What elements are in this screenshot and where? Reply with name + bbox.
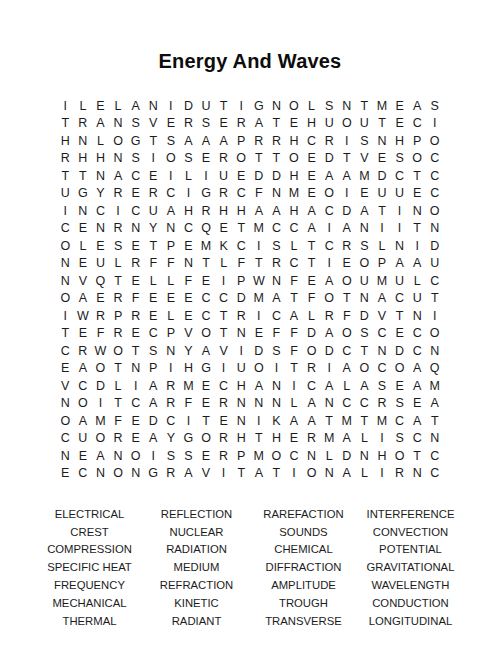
grid-cell-r16c6[interactable]: P	[144, 360, 162, 378]
grid-cell-r19c4[interactable]: F	[109, 412, 127, 430]
grid-cell-r4c15[interactable]: E	[303, 150, 321, 168]
grid-cell-r10c3[interactable]: U	[92, 255, 110, 273]
grid-cell-r13c17[interactable]: F	[338, 307, 356, 325]
grid-cell-r17c14[interactable]: I	[285, 377, 303, 395]
grid-cell-r4c11[interactable]: O	[232, 150, 250, 168]
grid-cell-r21c19[interactable]: H	[373, 447, 391, 465]
grid-cell-r21c5[interactable]: O	[127, 447, 145, 465]
grid-cell-r20c18[interactable]: L	[356, 430, 374, 448]
grid-cell-r3c4[interactable]: O	[109, 132, 127, 150]
grid-cell-r4c10[interactable]: R	[215, 150, 233, 168]
grid-cell-r1c11[interactable]: I	[232, 97, 250, 115]
grid-cell-r20c16[interactable]: M	[320, 430, 338, 448]
grid-cell-r1c19[interactable]: M	[373, 97, 391, 115]
grid-cell-r20c3[interactable]: O	[92, 430, 110, 448]
grid-cell-r6c13[interactable]: N	[268, 185, 286, 203]
grid-cell-r20c20[interactable]: S	[391, 430, 409, 448]
grid-cell-r18c1[interactable]: N	[56, 395, 74, 413]
grid-cell-r10c9[interactable]: T	[197, 255, 215, 273]
grid-cell-r1c6[interactable]: N	[144, 97, 162, 115]
grid-cell-r4c5[interactable]: S	[127, 150, 145, 168]
grid-cell-r5c6[interactable]: E	[144, 167, 162, 185]
grid-cell-r3c5[interactable]: G	[127, 132, 145, 150]
grid-cell-r12c10[interactable]: C	[215, 290, 233, 308]
grid-cell-r13c11[interactable]: R	[232, 307, 250, 325]
grid-cell-r7c1[interactable]: I	[56, 202, 74, 220]
grid-cell-r6c14[interactable]: M	[285, 185, 303, 203]
grid-cell-r8c5[interactable]: N	[127, 220, 145, 238]
grid-cell-r3c13[interactable]: R	[268, 132, 286, 150]
grid-cell-r1c2[interactable]: L	[74, 97, 92, 115]
grid-cell-r21c10[interactable]: R	[215, 447, 233, 465]
grid-cell-r1c16[interactable]: S	[320, 97, 338, 115]
grid-cell-r6c5[interactable]: E	[127, 185, 145, 203]
grid-cell-r7c20[interactable]: I	[391, 202, 409, 220]
grid-cell-r15c14[interactable]: F	[285, 342, 303, 360]
grid-cell-r21c14[interactable]: C	[285, 447, 303, 465]
grid-cell-r16c22[interactable]: Q	[426, 360, 444, 378]
grid-cell-r13c2[interactable]: W	[74, 307, 92, 325]
grid-cell-r13c20[interactable]: T	[391, 307, 409, 325]
grid-cell-r6c8[interactable]: I	[180, 185, 198, 203]
grid-cell-r12c6[interactable]: E	[144, 290, 162, 308]
grid-cell-r20c15[interactable]: R	[303, 430, 321, 448]
grid-cell-r18c8[interactable]: F	[180, 395, 198, 413]
grid-cell-r13c12[interactable]: I	[250, 307, 268, 325]
grid-cell-r1c13[interactable]: N	[268, 97, 286, 115]
grid-cell-r21c15[interactable]: N	[303, 447, 321, 465]
grid-cell-r2c8[interactable]: R	[180, 115, 198, 133]
grid-cell-r9c17[interactable]: R	[338, 237, 356, 255]
grid-cell-r10c5[interactable]: R	[127, 255, 145, 273]
grid-cell-r2c14[interactable]: E	[285, 115, 303, 133]
grid-cell-r13c10[interactable]: T	[215, 307, 233, 325]
grid-cell-r2c7[interactable]: E	[162, 115, 180, 133]
grid-cell-r3c21[interactable]: P	[408, 132, 426, 150]
grid-cell-r3c3[interactable]: L	[92, 132, 110, 150]
grid-cell-r4c9[interactable]: E	[197, 150, 215, 168]
grid-cell-r13c8[interactable]: E	[180, 307, 198, 325]
grid-cell-r15c16[interactable]: D	[320, 342, 338, 360]
grid-cell-r7c22[interactable]: O	[426, 202, 444, 220]
grid-cell-r4c20[interactable]: S	[391, 150, 409, 168]
grid-cell-r21c22[interactable]: C	[426, 447, 444, 465]
grid-cell-r5c17[interactable]: A	[338, 167, 356, 185]
grid-cell-r17c13[interactable]: N	[268, 377, 286, 395]
grid-cell-r17c22[interactable]: M	[426, 377, 444, 395]
grid-cell-r17c2[interactable]: C	[74, 377, 92, 395]
grid-cell-r1c3[interactable]: E	[92, 97, 110, 115]
grid-cell-r14c22[interactable]: O	[426, 325, 444, 343]
grid-cell-r5c3[interactable]: N	[92, 167, 110, 185]
grid-cell-r7c10[interactable]: H	[215, 202, 233, 220]
grid-cell-r16c4[interactable]: T	[109, 360, 127, 378]
grid-cell-r2c9[interactable]: S	[197, 115, 215, 133]
grid-cell-r1c8[interactable]: D	[180, 97, 198, 115]
grid-cell-r19c10[interactable]: E	[215, 412, 233, 430]
grid-cell-r21c8[interactable]: S	[180, 447, 198, 465]
grid-cell-r3c10[interactable]: A	[215, 132, 233, 150]
grid-cell-r12c13[interactable]: A	[268, 290, 286, 308]
grid-cell-r22c6[interactable]: G	[144, 465, 162, 483]
grid-cell-r15c18[interactable]: T	[356, 342, 374, 360]
grid-cell-r7c12[interactable]: A	[250, 202, 268, 220]
grid-cell-r15c4[interactable]: O	[109, 342, 127, 360]
grid-cell-r18c17[interactable]: C	[338, 395, 356, 413]
grid-cell-r8c2[interactable]: E	[74, 220, 92, 238]
grid-cell-r5c15[interactable]: E	[303, 167, 321, 185]
grid-cell-r5c8[interactable]: L	[180, 167, 198, 185]
grid-cell-r9c6[interactable]: T	[144, 237, 162, 255]
grid-cell-r4c19[interactable]: E	[373, 150, 391, 168]
grid-cell-r4c3[interactable]: H	[92, 150, 110, 168]
grid-cell-r10c16[interactable]: I	[320, 255, 338, 273]
grid-cell-r4c2[interactable]: H	[74, 150, 92, 168]
grid-cell-r2c11[interactable]: R	[232, 115, 250, 133]
grid-cell-r20c13[interactable]: H	[268, 430, 286, 448]
grid-cell-r17c16[interactable]: A	[320, 377, 338, 395]
grid-cell-r13c16[interactable]: R	[320, 307, 338, 325]
grid-cell-r7c15[interactable]: A	[303, 202, 321, 220]
grid-cell-r15c21[interactable]: C	[408, 342, 426, 360]
grid-cell-r20c12[interactable]: T	[250, 430, 268, 448]
grid-cell-r12c16[interactable]: O	[320, 290, 338, 308]
grid-cell-r6c11[interactable]: C	[232, 185, 250, 203]
grid-cell-r21c13[interactable]: O	[268, 447, 286, 465]
grid-cell-r9c5[interactable]: E	[127, 237, 145, 255]
grid-cell-r7c17[interactable]: D	[338, 202, 356, 220]
grid-cell-r20c7[interactable]: Y	[162, 430, 180, 448]
grid-cell-r10c13[interactable]: R	[268, 255, 286, 273]
grid-cell-r8c20[interactable]: I	[391, 220, 409, 238]
grid-cell-r17c6[interactable]: A	[144, 377, 162, 395]
grid-cell-r15c17[interactable]: C	[338, 342, 356, 360]
grid-cell-r19c9[interactable]: T	[197, 412, 215, 430]
grid-cell-r10c2[interactable]: E	[74, 255, 92, 273]
grid-cell-r5c10[interactable]: U	[215, 167, 233, 185]
grid-cell-r8c3[interactable]: N	[92, 220, 110, 238]
grid-cell-r9c12[interactable]: I	[250, 237, 268, 255]
grid-cell-r11c13[interactable]: N	[268, 272, 286, 290]
grid-cell-r6c17[interactable]: I	[338, 185, 356, 203]
grid-cell-r2c6[interactable]: V	[144, 115, 162, 133]
grid-cell-r16c20[interactable]: O	[391, 360, 409, 378]
grid-cell-r16c9[interactable]: G	[197, 360, 215, 378]
grid-cell-r9c3[interactable]: E	[92, 237, 110, 255]
grid-cell-r18c11[interactable]: N	[232, 395, 250, 413]
grid-cell-r22c4[interactable]: O	[109, 465, 127, 483]
grid-cell-r4c12[interactable]: T	[250, 150, 268, 168]
grid-cell-r2c16[interactable]: U	[320, 115, 338, 133]
grid-cell-r1c10[interactable]: T	[215, 97, 233, 115]
grid-cell-r3c11[interactable]: P	[232, 132, 250, 150]
grid-cell-r18c7[interactable]: R	[162, 395, 180, 413]
grid-cell-r12c22[interactable]: T	[426, 290, 444, 308]
grid-cell-r4c21[interactable]: O	[408, 150, 426, 168]
grid-cell-r12c12[interactable]: M	[250, 290, 268, 308]
grid-cell-r2c19[interactable]: T	[373, 115, 391, 133]
grid-cell-r11c10[interactable]: I	[215, 272, 233, 290]
grid-cell-r11c15[interactable]: E	[303, 272, 321, 290]
grid-cell-r2c3[interactable]: A	[92, 115, 110, 133]
grid-cell-r11c3[interactable]: Q	[92, 272, 110, 290]
grid-cell-r8c14[interactable]: C	[285, 220, 303, 238]
grid-cell-r11c9[interactable]: E	[197, 272, 215, 290]
grid-cell-r6c21[interactable]: E	[408, 185, 426, 203]
grid-cell-r9c14[interactable]: L	[285, 237, 303, 255]
grid-cell-r14c21[interactable]: C	[408, 325, 426, 343]
grid-cell-r1c20[interactable]: E	[391, 97, 409, 115]
grid-cell-r11c4[interactable]: T	[109, 272, 127, 290]
grid-cell-r19c21[interactable]: A	[408, 412, 426, 430]
grid-cell-r17c20[interactable]: E	[391, 377, 409, 395]
grid-cell-r1c12[interactable]: G	[250, 97, 268, 115]
grid-cell-r2c22[interactable]: I	[426, 115, 444, 133]
grid-cell-r18c13[interactable]: N	[268, 395, 286, 413]
grid-cell-r17c10[interactable]: C	[215, 377, 233, 395]
grid-cell-r12c9[interactable]: C	[197, 290, 215, 308]
grid-cell-r6c1[interactable]: U	[56, 185, 74, 203]
grid-cell-r16c7[interactable]: I	[162, 360, 180, 378]
grid-cell-r20c10[interactable]: R	[215, 430, 233, 448]
grid-cell-r12c17[interactable]: T	[338, 290, 356, 308]
grid-cell-r19c20[interactable]: C	[391, 412, 409, 430]
grid-cell-r10c12[interactable]: T	[250, 255, 268, 273]
grid-cell-r19c16[interactable]: T	[320, 412, 338, 430]
grid-cell-r6c7[interactable]: C	[162, 185, 180, 203]
grid-cell-r19c15[interactable]: A	[303, 412, 321, 430]
grid-cell-r20c21[interactable]: C	[408, 430, 426, 448]
grid-cell-r13c3[interactable]: R	[92, 307, 110, 325]
grid-cell-r13c5[interactable]: R	[127, 307, 145, 325]
grid-cell-r16c10[interactable]: I	[215, 360, 233, 378]
grid-cell-r4c1[interactable]: R	[56, 150, 74, 168]
grid-cell-r19c6[interactable]: D	[144, 412, 162, 430]
grid-cell-r18c10[interactable]: R	[215, 395, 233, 413]
grid-cell-r15c2[interactable]: R	[74, 342, 92, 360]
grid-cell-r9c4[interactable]: S	[109, 237, 127, 255]
grid-cell-r12c3[interactable]: E	[92, 290, 110, 308]
grid-cell-r13c13[interactable]: C	[268, 307, 286, 325]
grid-cell-r11c20[interactable]: U	[391, 272, 409, 290]
grid-cell-r11c18[interactable]: U	[356, 272, 374, 290]
grid-cell-r13c1[interactable]: I	[56, 307, 74, 325]
grid-cell-r18c6[interactable]: A	[144, 395, 162, 413]
grid-cell-r11c22[interactable]: C	[426, 272, 444, 290]
grid-cell-r5c7[interactable]: I	[162, 167, 180, 185]
grid-cell-r16c5[interactable]: N	[127, 360, 145, 378]
grid-cell-r2c2[interactable]: R	[74, 115, 92, 133]
grid-cell-r2c15[interactable]: H	[303, 115, 321, 133]
grid-cell-r19c19[interactable]: M	[373, 412, 391, 430]
grid-cell-r18c21[interactable]: E	[408, 395, 426, 413]
grid-cell-r3c19[interactable]: N	[373, 132, 391, 150]
grid-cell-r8c1[interactable]: C	[56, 220, 74, 238]
grid-cell-r4c4[interactable]: N	[109, 150, 127, 168]
grid-cell-r18c12[interactable]: N	[250, 395, 268, 413]
grid-cell-r8c7[interactable]: N	[162, 220, 180, 238]
grid-cell-r18c18[interactable]: C	[356, 395, 374, 413]
grid-cell-r12c19[interactable]: A	[373, 290, 391, 308]
grid-cell-r6c16[interactable]: O	[320, 185, 338, 203]
grid-cell-r16c19[interactable]: C	[373, 360, 391, 378]
grid-cell-r11c19[interactable]: M	[373, 272, 391, 290]
grid-cell-r6c4[interactable]: R	[109, 185, 127, 203]
grid-cell-r9c7[interactable]: P	[162, 237, 180, 255]
grid-cell-r3c12[interactable]: R	[250, 132, 268, 150]
grid-cell-r21c6[interactable]: I	[144, 447, 162, 465]
grid-cell-r3c9[interactable]: A	[197, 132, 215, 150]
grid-cell-r8c10[interactable]: E	[215, 220, 233, 238]
grid-cell-r3c18[interactable]: S	[356, 132, 374, 150]
grid-cell-r16c13[interactable]: I	[268, 360, 286, 378]
grid-cell-r17c19[interactable]: S	[373, 377, 391, 395]
grid-cell-r22c3[interactable]: N	[92, 465, 110, 483]
grid-cell-r1c22[interactable]: S	[426, 97, 444, 115]
grid-cell-r16c3[interactable]: O	[92, 360, 110, 378]
grid-cell-r7c5[interactable]: C	[127, 202, 145, 220]
grid-cell-r7c4[interactable]: I	[109, 202, 127, 220]
grid-cell-r2c20[interactable]: E	[391, 115, 409, 133]
grid-cell-r5c11[interactable]: E	[232, 167, 250, 185]
grid-cell-r2c1[interactable]: T	[56, 115, 74, 133]
grid-cell-r21c9[interactable]: E	[197, 447, 215, 465]
grid-cell-r8c15[interactable]: A	[303, 220, 321, 238]
grid-cell-r21c7[interactable]: S	[162, 447, 180, 465]
grid-cell-r7c14[interactable]: H	[285, 202, 303, 220]
grid-cell-r22c12[interactable]: A	[250, 465, 268, 483]
grid-cell-r20c14[interactable]: E	[285, 430, 303, 448]
grid-cell-r15c15[interactable]: O	[303, 342, 321, 360]
grid-cell-r12c18[interactable]: N	[356, 290, 374, 308]
grid-cell-r10c8[interactable]: N	[180, 255, 198, 273]
grid-cell-r9c21[interactable]: I	[408, 237, 426, 255]
grid-cell-r19c5[interactable]: E	[127, 412, 145, 430]
grid-cell-r21c2[interactable]: E	[74, 447, 92, 465]
grid-cell-r8c9[interactable]: Q	[197, 220, 215, 238]
grid-cell-r11c12[interactable]: W	[250, 272, 268, 290]
grid-cell-r9c15[interactable]: T	[303, 237, 321, 255]
grid-cell-r3c20[interactable]: H	[391, 132, 409, 150]
grid-cell-r4c16[interactable]: D	[320, 150, 338, 168]
grid-cell-r11c11[interactable]: P	[232, 272, 250, 290]
grid-cell-r4c8[interactable]: S	[180, 150, 198, 168]
grid-cell-r14c16[interactable]: A	[320, 325, 338, 343]
grid-cell-r1c14[interactable]: O	[285, 97, 303, 115]
grid-cell-r19c17[interactable]: M	[338, 412, 356, 430]
grid-cell-r14c3[interactable]: F	[92, 325, 110, 343]
grid-cell-r10c1[interactable]: N	[56, 255, 74, 273]
grid-cell-r4c7[interactable]: O	[162, 150, 180, 168]
grid-cell-r5c22[interactable]: C	[426, 167, 444, 185]
grid-cell-r15c7[interactable]: N	[162, 342, 180, 360]
grid-cell-r15c20[interactable]: D	[391, 342, 409, 360]
grid-cell-r1c1[interactable]: I	[56, 97, 74, 115]
grid-cell-r7c6[interactable]: U	[144, 202, 162, 220]
grid-cell-r5c12[interactable]: D	[250, 167, 268, 185]
grid-cell-r12c2[interactable]: A	[74, 290, 92, 308]
grid-cell-r10c4[interactable]: L	[109, 255, 127, 273]
grid-cell-r19c8[interactable]: I	[180, 412, 198, 430]
grid-cell-r2c4[interactable]: N	[109, 115, 127, 133]
grid-cell-r20c5[interactable]: E	[127, 430, 145, 448]
grid-cell-r20c8[interactable]: G	[180, 430, 198, 448]
grid-cell-r9c11[interactable]: C	[232, 237, 250, 255]
grid-cell-r17c7[interactable]: R	[162, 377, 180, 395]
grid-cell-r9c22[interactable]: D	[426, 237, 444, 255]
grid-cell-r6c12[interactable]: F	[250, 185, 268, 203]
grid-cell-r11c8[interactable]: F	[180, 272, 198, 290]
grid-cell-r3c22[interactable]: O	[426, 132, 444, 150]
grid-cell-r15c11[interactable]: I	[232, 342, 250, 360]
grid-cell-r14c18[interactable]: S	[356, 325, 374, 343]
grid-cell-r15c3[interactable]: W	[92, 342, 110, 360]
grid-cell-r7c19[interactable]: T	[373, 202, 391, 220]
grid-cell-r14c10[interactable]: T	[215, 325, 233, 343]
grid-cell-r9c13[interactable]: S	[268, 237, 286, 255]
grid-cell-r21c3[interactable]: A	[92, 447, 110, 465]
grid-cell-r8c19[interactable]: I	[373, 220, 391, 238]
grid-cell-r14c12[interactable]: E	[250, 325, 268, 343]
grid-cell-r1c5[interactable]: A	[127, 97, 145, 115]
grid-cell-r22c13[interactable]: T	[268, 465, 286, 483]
grid-cell-r7c8[interactable]: H	[180, 202, 198, 220]
grid-cell-r2c18[interactable]: U	[356, 115, 374, 133]
grid-cell-r19c3[interactable]: M	[92, 412, 110, 430]
grid-cell-r10c17[interactable]: E	[338, 255, 356, 273]
grid-cell-r22c14[interactable]: I	[285, 465, 303, 483]
grid-cell-r21c17[interactable]: D	[338, 447, 356, 465]
grid-cell-r22c21[interactable]: N	[408, 465, 426, 483]
grid-cell-r8c8[interactable]: C	[180, 220, 198, 238]
grid-cell-r17c18[interactable]: A	[356, 377, 374, 395]
grid-cell-r12c7[interactable]: E	[162, 290, 180, 308]
grid-cell-r13c22[interactable]: I	[426, 307, 444, 325]
grid-cell-r5c2[interactable]: T	[74, 167, 92, 185]
grid-cell-r11c6[interactable]: L	[144, 272, 162, 290]
grid-cell-r11c17[interactable]: O	[338, 272, 356, 290]
grid-cell-r22c11[interactable]: T	[232, 465, 250, 483]
grid-cell-r19c7[interactable]: C	[162, 412, 180, 430]
grid-cell-r8c4[interactable]: R	[109, 220, 127, 238]
grid-cell-r14c5[interactable]: E	[127, 325, 145, 343]
grid-cell-r7c13[interactable]: A	[268, 202, 286, 220]
grid-cell-r7c11[interactable]: H	[232, 202, 250, 220]
grid-cell-r13c15[interactable]: L	[303, 307, 321, 325]
grid-cell-r14c20[interactable]: E	[391, 325, 409, 343]
grid-cell-r22c7[interactable]: R	[162, 465, 180, 483]
grid-cell-r10c19[interactable]: P	[373, 255, 391, 273]
grid-cell-r10c6[interactable]: F	[144, 255, 162, 273]
grid-cell-r19c12[interactable]: I	[250, 412, 268, 430]
grid-cell-r16c15[interactable]: R	[303, 360, 321, 378]
grid-cell-r19c13[interactable]: K	[268, 412, 286, 430]
grid-cell-r19c1[interactable]: O	[56, 412, 74, 430]
grid-cell-r8c6[interactable]: Y	[144, 220, 162, 238]
grid-cell-r6c9[interactable]: G	[197, 185, 215, 203]
grid-cell-r2c13[interactable]: T	[268, 115, 286, 133]
grid-cell-r6c18[interactable]: E	[356, 185, 374, 203]
grid-cell-r14c8[interactable]: V	[180, 325, 198, 343]
grid-cell-r21c12[interactable]: M	[250, 447, 268, 465]
grid-cell-r12c21[interactable]: U	[408, 290, 426, 308]
grid-cell-r15c13[interactable]: S	[268, 342, 286, 360]
grid-cell-r5c5[interactable]: C	[127, 167, 145, 185]
grid-cell-r3c16[interactable]: R	[320, 132, 338, 150]
grid-cell-r9c16[interactable]: C	[320, 237, 338, 255]
grid-cell-r14c15[interactable]: D	[303, 325, 321, 343]
grid-cell-r6c15[interactable]: E	[303, 185, 321, 203]
